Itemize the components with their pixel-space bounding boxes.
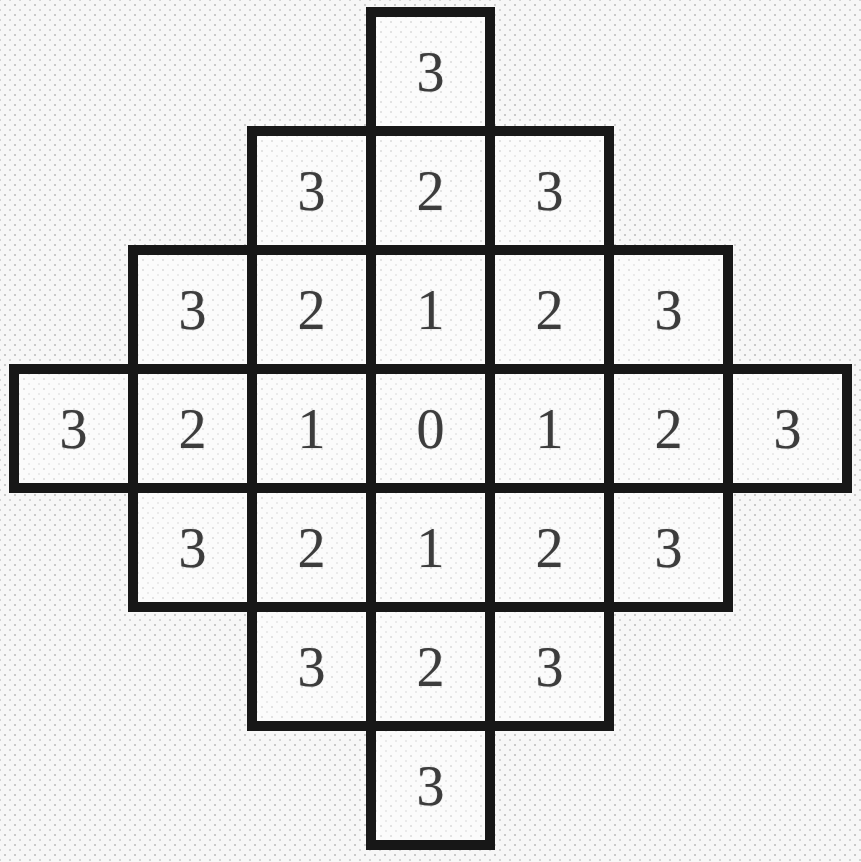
cell-value: 2	[417, 639, 445, 695]
cell-r4c1: 3	[128, 483, 257, 612]
cell-r4c2: 2	[247, 483, 376, 612]
cell-r4c4: 2	[485, 483, 614, 612]
cell-value: 3	[655, 282, 683, 338]
cell-value: 1	[417, 282, 445, 338]
cell-r3c0: 3	[9, 364, 138, 493]
cell-value: 3	[298, 163, 326, 219]
cell-r4c5: 3	[604, 483, 733, 612]
cell-r2c1: 3	[128, 245, 257, 374]
cell-value: 3	[655, 520, 683, 576]
cell-r2c4: 2	[485, 245, 614, 374]
cell-value: 3	[179, 282, 207, 338]
cell-value: 2	[298, 520, 326, 576]
cell-value: 2	[536, 282, 564, 338]
cell-r0c3: 3	[366, 7, 495, 136]
cell-value: 2	[417, 163, 445, 219]
cell-value: 3	[536, 163, 564, 219]
diamond-distance-board: 3323321233210123321233233	[14, 12, 847, 845]
cell-r1c4: 3	[485, 126, 614, 255]
cell-value: 3	[536, 639, 564, 695]
cell-r5c4: 3	[485, 602, 614, 731]
cell-r6c3: 3	[366, 721, 495, 850]
cell-r4c3: 1	[366, 483, 495, 612]
cell-value: 3	[774, 401, 802, 457]
cell-r5c3: 2	[366, 602, 495, 731]
page-background: 3323321233210123321233233	[0, 0, 861, 862]
cell-r1c2: 3	[247, 126, 376, 255]
cell-value: 3	[179, 520, 207, 576]
cell-value: 1	[536, 401, 564, 457]
cell-r1c3: 2	[366, 126, 495, 255]
cell-r3c2: 1	[247, 364, 376, 493]
cell-r2c3: 1	[366, 245, 495, 374]
cell-value: 1	[298, 401, 326, 457]
cell-r3c5: 2	[604, 364, 733, 493]
cell-value: 3	[60, 401, 88, 457]
cell-r3c3: 0	[366, 364, 495, 493]
cell-value: 1	[417, 520, 445, 576]
cell-r3c6: 3	[723, 364, 852, 493]
cell-value: 3	[417, 758, 445, 814]
cell-r2c2: 2	[247, 245, 376, 374]
cell-r2c5: 3	[604, 245, 733, 374]
cell-value: 0	[417, 401, 445, 457]
cell-r5c2: 3	[247, 602, 376, 731]
cell-r3c1: 2	[128, 364, 257, 493]
cell-value: 3	[298, 639, 326, 695]
cell-value: 2	[655, 401, 683, 457]
cell-value: 2	[179, 401, 207, 457]
cell-value: 2	[536, 520, 564, 576]
cell-value: 2	[298, 282, 326, 338]
cell-value: 3	[417, 44, 445, 100]
cell-r3c4: 1	[485, 364, 614, 493]
